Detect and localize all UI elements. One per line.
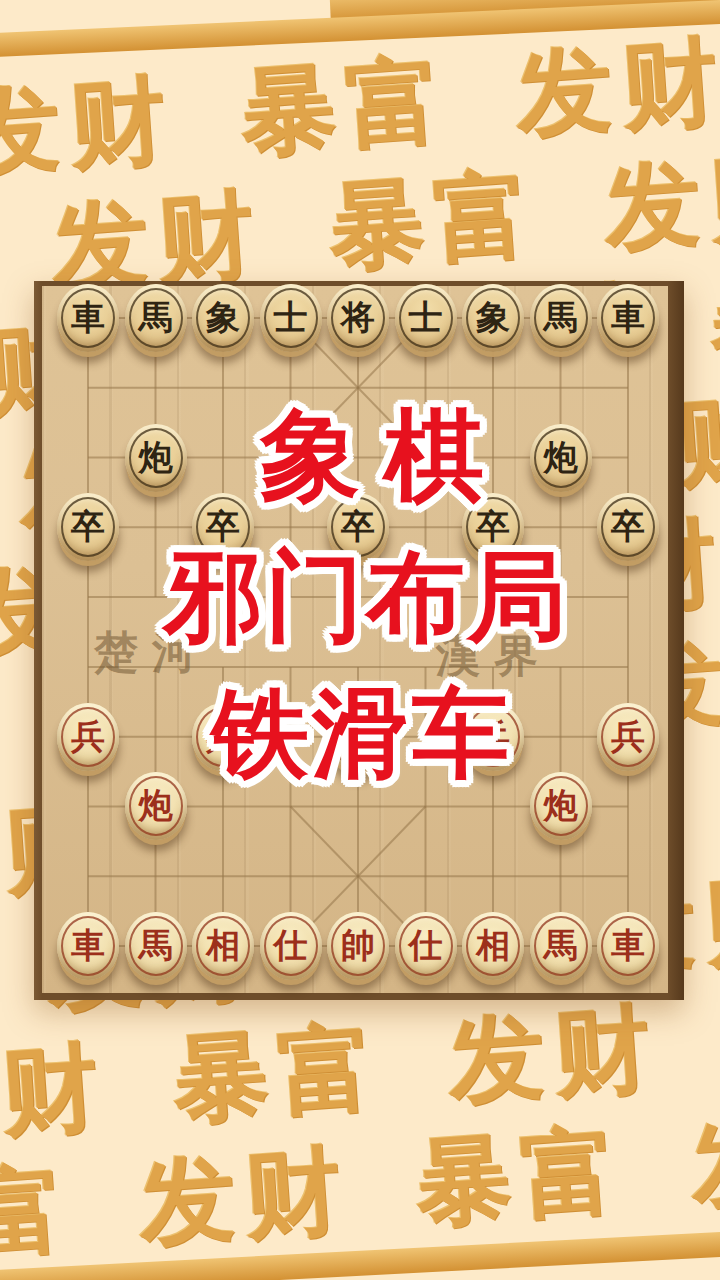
piece-rN[interactable]: 馬 <box>125 912 187 980</box>
thumbnail-stage: 暴富 发财 暴富 发财 暴富 发财暴富 发财 暴富 发财 暴富 发财暴富 发财 … <box>0 0 720 1280</box>
piece-rN[interactable]: 馬 <box>530 912 592 980</box>
board-point: 車 <box>594 911 662 981</box>
piece-bP[interactable]: 卒 <box>57 493 119 561</box>
board-point: 仕 <box>392 911 460 981</box>
piece-bP[interactable]: 卒 <box>192 493 254 561</box>
board-point: 卒 <box>54 492 122 562</box>
board-point <box>189 353 257 423</box>
board-point <box>257 771 325 841</box>
board-point: 炮 <box>122 423 190 493</box>
board-point: 炮 <box>122 771 190 841</box>
board-point <box>459 562 527 632</box>
board-point <box>122 702 190 772</box>
piece-rA[interactable]: 仕 <box>260 912 322 980</box>
board-point <box>189 771 257 841</box>
board-point: 炮 <box>527 423 595 493</box>
board-point <box>122 841 190 911</box>
board-point <box>257 632 325 702</box>
board-point <box>189 841 257 911</box>
board-point <box>392 632 460 702</box>
board-point <box>527 702 595 772</box>
board-point <box>122 562 190 632</box>
board-point: 車 <box>594 283 662 353</box>
board-point <box>122 632 190 702</box>
board-point <box>594 841 662 911</box>
board-point <box>54 353 122 423</box>
board-point: 相 <box>189 911 257 981</box>
board-point <box>189 632 257 702</box>
board-point: 兵 <box>324 702 392 772</box>
board-point <box>392 353 460 423</box>
board-point: 卒 <box>324 492 392 562</box>
piece-rR[interactable]: 車 <box>57 912 119 980</box>
board-point <box>594 632 662 702</box>
board-point <box>392 771 460 841</box>
board-point: 兵 <box>594 702 662 772</box>
board-point: 兵 <box>189 702 257 772</box>
board-point: 車 <box>54 911 122 981</box>
piece-bA[interactable]: 士 <box>260 284 322 352</box>
piece-rA[interactable]: 仕 <box>395 912 457 980</box>
piece-rB[interactable]: 相 <box>192 912 254 980</box>
board-point: 卒 <box>594 492 662 562</box>
piece-rR[interactable]: 車 <box>597 912 659 980</box>
board-point <box>392 841 460 911</box>
board-point <box>324 353 392 423</box>
board-point: 卒 <box>189 492 257 562</box>
piece-bA[interactable]: 士 <box>395 284 457 352</box>
board-point <box>459 423 527 493</box>
piece-rP[interactable]: 兵 <box>57 703 119 771</box>
piece-bB[interactable]: 象 <box>462 284 524 352</box>
board-point <box>54 771 122 841</box>
board-point <box>459 353 527 423</box>
piece-bC[interactable]: 炮 <box>530 424 592 492</box>
board-point <box>189 423 257 493</box>
board-point: 士 <box>257 283 325 353</box>
pieces-grid: 車馬象士将士象馬車炮炮卒卒卒卒卒兵兵兵兵兵炮炮車馬相仕帥仕相馬車 <box>54 283 662 981</box>
piece-bR[interactable]: 車 <box>597 284 659 352</box>
board-point <box>189 562 257 632</box>
piece-bB[interactable]: 象 <box>192 284 254 352</box>
board-point <box>257 423 325 493</box>
board-point: 馬 <box>527 911 595 981</box>
board-point: 馬 <box>122 283 190 353</box>
piece-rB[interactable]: 相 <box>462 912 524 980</box>
board-point <box>324 841 392 911</box>
board-point <box>257 841 325 911</box>
board-point: 象 <box>459 283 527 353</box>
xiangqi-board: 楚河 漢界 車馬象士将士象馬車炮炮卒卒卒卒卒兵兵兵兵兵炮炮車馬相仕帥仕相馬車 <box>34 281 684 1000</box>
board-point <box>257 702 325 772</box>
board-point: 象 <box>189 283 257 353</box>
board-point <box>392 423 460 493</box>
board-point <box>594 562 662 632</box>
board-point <box>122 492 190 562</box>
board-point: 兵 <box>459 702 527 772</box>
board-point <box>324 632 392 702</box>
board-point: 将 <box>324 283 392 353</box>
board-point <box>392 562 460 632</box>
board-point <box>54 841 122 911</box>
piece-bP[interactable]: 卒 <box>597 493 659 561</box>
piece-bK[interactable]: 将 <box>327 284 389 352</box>
piece-bP[interactable]: 卒 <box>327 493 389 561</box>
board-point: 炮 <box>527 771 595 841</box>
board-point <box>257 353 325 423</box>
piece-rC[interactable]: 炮 <box>530 772 592 840</box>
board-point: 兵 <box>54 702 122 772</box>
board-point: 士 <box>392 283 460 353</box>
board-point <box>527 353 595 423</box>
board-point <box>527 492 595 562</box>
board-point <box>324 771 392 841</box>
board-point <box>122 353 190 423</box>
piece-bN[interactable]: 馬 <box>530 284 592 352</box>
piece-bP[interactable]: 卒 <box>462 493 524 561</box>
piece-bC[interactable]: 炮 <box>125 424 187 492</box>
board-point <box>257 492 325 562</box>
piece-bN[interactable]: 馬 <box>125 284 187 352</box>
piece-rK[interactable]: 帥 <box>327 912 389 980</box>
board-point <box>257 562 325 632</box>
piece-rP[interactable]: 兵 <box>597 703 659 771</box>
board-point <box>594 423 662 493</box>
board-point: 車 <box>54 283 122 353</box>
board-point: 帥 <box>324 911 392 981</box>
piece-rP[interactable]: 兵 <box>462 703 524 771</box>
board-point: 馬 <box>527 283 595 353</box>
board-point <box>459 632 527 702</box>
board-point <box>392 702 460 772</box>
board-point <box>392 492 460 562</box>
board-point <box>54 423 122 493</box>
piece-bR[interactable]: 車 <box>57 284 119 352</box>
board-point: 仕 <box>257 911 325 981</box>
piece-rP[interactable]: 兵 <box>327 703 389 771</box>
board-point <box>459 841 527 911</box>
board-point <box>527 632 595 702</box>
piece-rP[interactable]: 兵 <box>192 703 254 771</box>
board-point <box>527 841 595 911</box>
board-point: 馬 <box>122 911 190 981</box>
board-point <box>54 562 122 632</box>
board-point <box>527 562 595 632</box>
board-point: 相 <box>459 911 527 981</box>
board-point <box>594 353 662 423</box>
board-point <box>459 771 527 841</box>
board-point <box>324 562 392 632</box>
piece-rC[interactable]: 炮 <box>125 772 187 840</box>
board-point <box>594 771 662 841</box>
board-point <box>54 632 122 702</box>
board-point <box>324 423 392 493</box>
board-point: 卒 <box>459 492 527 562</box>
